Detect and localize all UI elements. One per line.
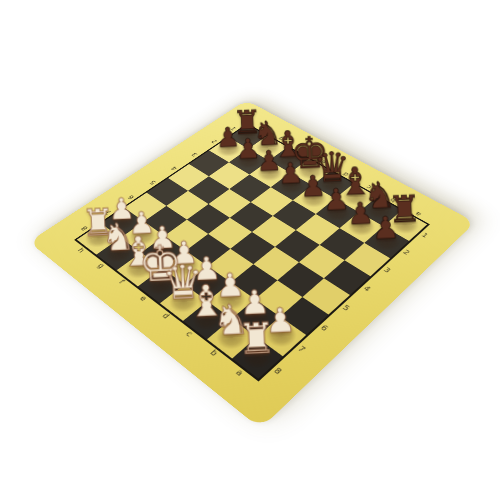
rank-label-near-4: 4 bbox=[361, 286, 371, 294]
black-bishop-icon: ♝ bbox=[338, 166, 373, 198]
piece-glyph-billboard: ♟ bbox=[159, 235, 210, 268]
rank-label-far-5: 5 bbox=[149, 180, 158, 186]
pieces-layer: ♜♟♞♟♝♟♚♟♛♟♝♟♟♞♜♟♟♜♞♟♟♝♟♚♟♛♟♝♟♞♟♜ bbox=[77, 125, 427, 379]
rank-label-far-2: 2 bbox=[210, 139, 218, 144]
file-label-near-h: h bbox=[76, 247, 86, 254]
file-label-near-g: g bbox=[96, 263, 106, 270]
rank-label-near-8: 8 bbox=[271, 367, 282, 376]
piece-shadow bbox=[123, 222, 163, 250]
file-label-far-g: g bbox=[277, 136, 285, 141]
file-label-near-d: d bbox=[161, 312, 171, 320]
file-label-far-c: c bbox=[365, 184, 373, 190]
chessboard-mat: aabbccddeeffgghh8877665544332211 ♜♟♞♟♝♟♚… bbox=[29, 100, 475, 429]
file-label-far-e: e bbox=[320, 159, 328, 164]
file-label-near-a: a bbox=[234, 369, 245, 378]
file-label-far-f: f bbox=[299, 148, 306, 153]
rank-label-far-6: 6 bbox=[127, 194, 136, 200]
board-tilt-plane: aabbccddeeffgghh8877665544332211 ♜♟♞♟♝♟♚… bbox=[29, 100, 475, 429]
piece-glyph-billboard: ♟ bbox=[98, 192, 146, 223]
rank-label-far-3: 3 bbox=[191, 152, 199, 157]
file-label-far-a: a bbox=[414, 210, 423, 216]
rank-label-near-5: 5 bbox=[340, 305, 350, 313]
rank-label-far-4: 4 bbox=[170, 165, 179, 171]
file-label-far-d: d bbox=[342, 171, 350, 177]
piece-glyph-billboard: ♞ bbox=[245, 114, 289, 149]
rank-label-far-1: 1 bbox=[230, 126, 238, 131]
file-label-far-b: b bbox=[389, 197, 398, 203]
rank-label-near-2: 2 bbox=[401, 249, 410, 256]
rank-label-near-1: 1 bbox=[420, 233, 429, 240]
black-queen-icon: ♛ bbox=[313, 150, 351, 185]
file-label-far-h: h bbox=[257, 125, 265, 130]
file-label-near-b: b bbox=[208, 349, 219, 358]
file-label-near-e: e bbox=[138, 295, 148, 303]
file-label-near-f: f bbox=[117, 279, 125, 285]
rank-label-far-7: 7 bbox=[104, 209, 113, 215]
rank-label-near-6: 6 bbox=[318, 325, 328, 333]
piece-glyph-billboard: ♜ bbox=[225, 103, 269, 137]
product-photo: aabbccddeeffgghh8877665544332211 ♜♟♞♟♝♟♚… bbox=[0, 0, 500, 500]
rank-label-near-7: 7 bbox=[295, 346, 305, 355]
rank-label-near-3: 3 bbox=[382, 267, 391, 274]
file-label-near-c: c bbox=[184, 331, 194, 339]
piece-glyph-billboard: ♜ bbox=[73, 201, 123, 240]
